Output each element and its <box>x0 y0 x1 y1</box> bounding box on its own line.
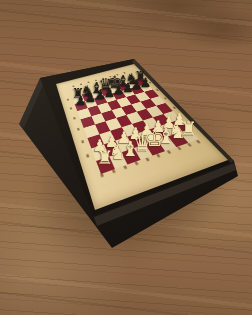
piece-white-rook[interactable]: ♜ <box>180 120 197 139</box>
chess-set-photo: ♜♞♝♛♚♝♞♜♟♟♟♟♟♟♟♟♟♟♟♟♟♟♟♟♜♞♝♛♚♝♞♜ <box>0 0 252 315</box>
piece-black-pawn[interactable]: ♟ <box>140 77 152 90</box>
pieces-layer: ♜♞♝♛♚♝♞♜♟♟♟♟♟♟♟♟♟♟♟♟♟♟♟♟♜♞♝♛♚♝♞♜ <box>0 0 252 315</box>
